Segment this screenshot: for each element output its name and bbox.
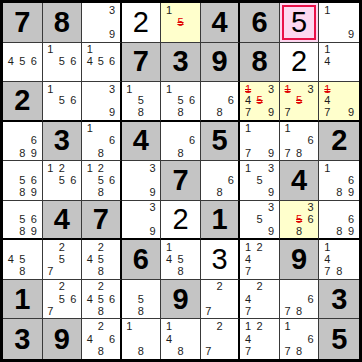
pencil-marks: 39: [82, 3, 120, 42]
cell-r6c2[interactable]: 4: [43, 201, 83, 241]
candidate-9: 9: [147, 187, 159, 199]
empty-slot: [242, 225, 254, 237]
empty-slot: [265, 320, 277, 333]
candidate-2: 2: [214, 320, 225, 333]
cell-r8c5[interactable]: 9: [161, 280, 201, 320]
cell-r3c6[interactable]: 68: [201, 82, 241, 122]
candidate-5: 5: [175, 254, 187, 266]
cell-r8c8[interactable]: 678: [280, 280, 320, 320]
empty-slot: [305, 123, 317, 135]
candidate-3: 3: [305, 202, 317, 214]
empty-slot: [95, 16, 106, 28]
candidate-8: 8: [333, 266, 345, 278]
empty-slot: [225, 187, 236, 199]
cell-r1c4[interactable]: 2: [122, 3, 162, 43]
cell-r5c4[interactable]: 39: [122, 161, 162, 201]
pencil-marks: 1456: [82, 43, 120, 82]
empty-slot: [56, 44, 68, 56]
empty-slot: [333, 83, 345, 95]
cell-r5c3[interactable]: 12568: [82, 161, 122, 201]
empty-slot: [282, 225, 294, 237]
empty-slot: [214, 305, 225, 317]
candidate-9: 9: [265, 107, 277, 119]
cell-r8c3[interactable]: 24568: [82, 280, 122, 320]
empty-slot: [293, 320, 305, 333]
empty-slot: [333, 241, 345, 253]
cell-r6c6[interactable]: 1: [201, 201, 241, 241]
cell-r5c2[interactable]: 1256: [43, 161, 83, 201]
pencil-marks: 1458: [161, 240, 200, 279]
candidate-3: 3: [265, 83, 277, 95]
empty-slot: [95, 95, 106, 107]
empty-slot: [282, 135, 294, 147]
solved-digit: 3: [201, 240, 239, 279]
empty-slot: [163, 345, 175, 358]
cell-r8c6[interactable]: 27: [201, 280, 241, 320]
cell-r9c4[interactable]: 18: [122, 319, 162, 359]
empty-slot: [265, 135, 277, 147]
empty-slot: [95, 107, 106, 119]
candidate-1: 1: [282, 320, 294, 333]
cell-r3c1[interactable]: 2: [3, 82, 43, 122]
candidate-6: 6: [28, 135, 40, 147]
empty-slot: [254, 225, 266, 237]
candidate-1: 1: [321, 241, 333, 253]
pencil-marks: 1247: [240, 319, 279, 359]
candidate-1: 1: [282, 123, 294, 135]
empty-slot: [28, 241, 40, 253]
cell-r5c1[interactable]: 5689: [3, 161, 43, 201]
cell-r7c8[interactable]: 9: [280, 240, 320, 280]
empty-slot: [124, 333, 136, 346]
given-digit: 3: [161, 43, 200, 82]
empty-slot: [186, 254, 198, 266]
cell-r9c6[interactable]: 27: [201, 319, 241, 359]
empty-slot: [163, 147, 175, 159]
cell-r1c7[interactable]: 6: [240, 3, 280, 43]
candidate-4: 4: [321, 254, 333, 266]
empty-slot: [124, 202, 136, 214]
cell-r1c3[interactable]: 39: [82, 3, 122, 43]
pencil-marks: 1357: [280, 82, 319, 120]
cell-r1c2[interactable]: 8: [43, 3, 83, 43]
candidate-4: 4: [163, 333, 175, 346]
cell-r7c5[interactable]: 1458: [161, 240, 201, 280]
cell-r1c5[interactable]: 15: [161, 3, 201, 43]
empty-slot: [106, 123, 117, 135]
candidate-6: 6: [68, 174, 80, 186]
solved-digit: 2: [161, 201, 200, 239]
pencil-marks: 24568: [82, 280, 120, 319]
candidate-5: 5: [135, 95, 147, 107]
empty-slot: [265, 281, 277, 293]
candidate-3: 3: [147, 162, 159, 174]
cell-r8c4[interactable]: 58: [122, 280, 162, 320]
empty-slot: [84, 147, 95, 159]
candidate-7: 7: [242, 345, 254, 358]
cell-r5c6[interactable]: 68: [201, 161, 241, 201]
cell-r7c3[interactable]: 2458: [82, 240, 122, 280]
candidate-5: 5: [254, 174, 266, 186]
empty-slot: [95, 28, 106, 40]
candidate-4: 4: [84, 254, 95, 266]
empty-slot: [106, 187, 117, 199]
empty-slot: [68, 83, 80, 95]
empty-slot: [45, 281, 57, 293]
candidate-1-struck: 1: [321, 83, 333, 95]
candidate-9: 9: [265, 147, 277, 159]
empty-slot: [321, 68, 333, 80]
empty-slot: [225, 83, 236, 95]
cell-r7c2[interactable]: 257: [43, 240, 83, 280]
candidate-6: 6: [106, 293, 117, 305]
empty-slot: [68, 44, 80, 56]
empty-slot: [95, 123, 106, 135]
pencil-marks: 27: [201, 319, 239, 359]
given-digit: 9: [201, 43, 239, 82]
empty-slot: [321, 16, 333, 28]
cell-r8c2[interactable]: 2567: [43, 280, 83, 320]
empty-slot: [282, 333, 294, 346]
cell-r2c4[interactable]: 7: [122, 43, 162, 83]
cell-r1c8[interactable]: 5: [280, 3, 320, 43]
empty-slot: [124, 345, 136, 358]
empty-slot: [186, 241, 198, 253]
cell-r6c5[interactable]: 2: [161, 201, 201, 241]
empty-slot: [265, 266, 277, 278]
candidate-5: 5: [17, 214, 29, 226]
empty-slot: [186, 320, 198, 333]
given-digit: 9: [43, 319, 82, 359]
empty-slot: [293, 83, 305, 95]
empty-slot: [186, 28, 198, 40]
pencil-marks: 1568: [161, 82, 200, 120]
candidate-3: 3: [147, 202, 159, 214]
candidate-7: 7: [282, 147, 294, 159]
pencil-marks: 2458: [82, 240, 120, 279]
empty-slot: [321, 225, 333, 237]
cell-r2c6[interactable]: 9: [201, 43, 241, 83]
cell-r9c8[interactable]: 1678: [280, 319, 320, 359]
given-digit: 7: [161, 161, 200, 200]
empty-slot: [68, 68, 80, 80]
empty-slot: [345, 83, 357, 95]
empty-slot: [68, 107, 80, 119]
empty-slot: [45, 68, 57, 80]
pencil-marks: 1689: [319, 161, 359, 200]
empty-slot: [345, 162, 357, 174]
empty-slot: [242, 174, 254, 186]
cell-r3c2[interactable]: 156: [43, 82, 83, 122]
empty-slot: [17, 162, 29, 174]
candidate-5-struck: 5: [254, 95, 266, 107]
cell-r4c5[interactable]: 68: [161, 122, 201, 162]
pencil-marks: 14: [319, 43, 359, 82]
candidate-2: 2: [95, 162, 106, 174]
candidate-7: 7: [282, 305, 294, 317]
candidate-4: 4: [163, 254, 175, 266]
empty-slot: [345, 56, 357, 68]
empty-slot: [106, 44, 117, 56]
given-digit: 3: [319, 280, 359, 319]
cell-r3c4[interactable]: 158: [122, 82, 162, 122]
cell-r1c6[interactable]: 4: [201, 3, 241, 43]
empty-slot: [106, 281, 117, 293]
cell-r3c9[interactable]: 1479: [319, 82, 359, 122]
pencil-marks: 359: [240, 201, 279, 239]
cell-r7c1[interactable]: 458: [3, 240, 43, 280]
empty-slot: [45, 174, 57, 186]
cell-r4c9[interactable]: 2: [319, 122, 359, 162]
empty-slot: [147, 281, 159, 293]
cell-r6c1[interactable]: 5689: [3, 201, 43, 241]
empty-slot: [175, 83, 187, 95]
empty-slot: [17, 123, 29, 135]
candidate-8: 8: [17, 187, 29, 199]
candidate-2: 2: [254, 281, 266, 293]
cell-r7c7[interactable]: 1247: [240, 240, 280, 280]
cell-r5c9[interactable]: 1689: [319, 161, 359, 201]
candidate-2: 2: [56, 162, 68, 174]
empty-slot: [17, 202, 29, 214]
pencil-marks: 156: [43, 43, 82, 82]
empty-slot: [345, 68, 357, 80]
empty-slot: [5, 135, 17, 147]
empty-slot: [106, 241, 117, 253]
candidate-8: 8: [95, 187, 106, 199]
empty-slot: [242, 202, 254, 214]
empty-slot: [84, 174, 95, 186]
cell-r4c6[interactable]: 5: [201, 122, 241, 162]
candidate-6: 6: [106, 333, 117, 346]
candidate-8: 8: [95, 345, 106, 358]
cell-r6c4[interactable]: 39: [122, 201, 162, 241]
cell-r5c7[interactable]: 1359: [240, 161, 280, 201]
candidate-5: 5: [56, 95, 68, 107]
candidate-9: 9: [28, 187, 40, 199]
candidate-9: 9: [345, 107, 357, 119]
cell-r2c7[interactable]: 8: [240, 43, 280, 83]
empty-slot: [265, 333, 277, 346]
cell-r3c5[interactable]: 1568: [161, 82, 201, 122]
candidate-8: 8: [175, 266, 187, 278]
empty-slot: [147, 320, 159, 333]
pencil-marks: 15: [161, 3, 200, 42]
candidate-7: 7: [203, 305, 214, 317]
empty-slot: [28, 266, 40, 278]
cell-r9c9[interactable]: 5: [319, 319, 359, 359]
empty-slot: [5, 147, 17, 159]
empty-slot: [124, 305, 136, 317]
candidate-8: 8: [135, 305, 147, 317]
candidate-4: 4: [242, 95, 254, 107]
cell-r2c3[interactable]: 1456: [82, 43, 122, 83]
pencil-marks: 39: [82, 82, 120, 120]
cell-r9c7[interactable]: 1247: [240, 319, 280, 359]
cell-r5c8[interactable]: 4: [280, 161, 320, 201]
empty-slot: [147, 305, 159, 317]
cell-r6c9[interactable]: 689: [319, 201, 359, 241]
empty-slot: [95, 4, 106, 16]
empty-slot: [254, 305, 266, 317]
candidate-1: 1: [163, 4, 175, 16]
empty-slot: [84, 107, 95, 119]
solved-digit: 2: [122, 3, 161, 42]
candidate-8: 8: [293, 225, 305, 237]
cell-r5c5[interactable]: 7: [161, 161, 201, 201]
cell-r4c2[interactable]: 3: [43, 122, 83, 162]
empty-slot: [56, 305, 68, 317]
empty-slot: [17, 241, 29, 253]
empty-slot: [305, 305, 317, 317]
empty-slot: [333, 4, 345, 16]
cell-r8c1[interactable]: 1: [3, 280, 43, 320]
empty-slot: [135, 214, 147, 226]
cell-r1c9[interactable]: 19: [319, 3, 359, 43]
empty-slot: [84, 4, 95, 16]
empty-slot: [186, 107, 198, 119]
cell-r2c9[interactable]: 14: [319, 43, 359, 83]
empty-slot: [333, 214, 345, 226]
empty-slot: [95, 68, 106, 80]
cell-r2c1[interactable]: 456: [3, 43, 43, 83]
empty-slot: [345, 44, 357, 56]
cell-r3c7[interactable]: 134579: [240, 82, 280, 122]
cell-r2c5[interactable]: 3: [161, 43, 201, 83]
pencil-marks: 5689: [3, 201, 42, 239]
cell-r4c1[interactable]: 689: [3, 122, 43, 162]
empty-slot: [163, 107, 175, 119]
empty-slot: [321, 214, 333, 226]
cell-r6c3[interactable]: 7: [82, 201, 122, 241]
cell-r4c7[interactable]: 179: [240, 122, 280, 162]
cell-r6c7[interactable]: 359: [240, 201, 280, 241]
candidate-4: 4: [5, 254, 17, 266]
pencil-marks: 19: [319, 3, 359, 42]
given-digit: 4: [201, 3, 239, 42]
empty-slot: [214, 333, 225, 346]
given-digit: 2: [319, 122, 359, 161]
candidate-2: 2: [56, 241, 68, 253]
pencil-marks: 1359: [240, 161, 279, 200]
empty-slot: [186, 4, 198, 16]
empty-slot: [265, 345, 277, 358]
empty-slot: [333, 202, 345, 214]
cell-r2c8[interactable]: 2: [280, 43, 320, 83]
pencil-marks: 68: [201, 82, 239, 120]
empty-slot: [5, 202, 17, 214]
given-digit: 3: [3, 319, 42, 359]
cell-r7c6[interactable]: 3: [201, 240, 241, 280]
empty-slot: [5, 174, 17, 186]
empty-slot: [163, 95, 175, 107]
cell-r7c4[interactable]: 6: [122, 240, 162, 280]
empty-slot: [186, 83, 198, 95]
empty-slot: [106, 305, 117, 317]
cell-r9c5[interactable]: 148: [161, 319, 201, 359]
pencil-marks: 689: [3, 122, 42, 161]
candidate-7: 7: [242, 107, 254, 119]
cell-r3c8[interactable]: 1357: [280, 82, 320, 122]
empty-slot: [254, 135, 266, 147]
candidate-1: 1: [321, 162, 333, 174]
candidate-7: 7: [282, 107, 294, 119]
empty-slot: [333, 174, 345, 186]
empty-slot: [68, 187, 80, 199]
cell-r9c3[interactable]: 2468: [82, 319, 122, 359]
empty-slot: [282, 293, 294, 305]
cell-r4c3[interactable]: 168: [82, 122, 122, 162]
empty-slot: [254, 83, 266, 95]
pencil-marks: 2567: [43, 280, 82, 319]
empty-slot: [56, 83, 68, 95]
candidate-4: 4: [242, 254, 254, 266]
empty-slot: [147, 345, 159, 358]
empty-slot: [84, 241, 95, 253]
pencil-marks: 3568: [280, 201, 319, 239]
empty-slot: [321, 187, 333, 199]
empty-slot: [254, 123, 266, 135]
empty-slot: [254, 345, 266, 358]
given-digit: 5: [319, 319, 359, 359]
empty-slot: [56, 68, 68, 80]
empty-slot: [175, 333, 187, 346]
candidate-1: 1: [242, 162, 254, 174]
empty-slot: [305, 225, 317, 237]
empty-slot: [147, 214, 159, 226]
empty-slot: [135, 202, 147, 214]
candidate-6: 6: [305, 135, 317, 147]
cell-r9c1[interactable]: 3: [3, 319, 43, 359]
pencil-marks: 68: [161, 122, 200, 161]
empty-slot: [28, 254, 40, 266]
given-digit: 4: [43, 201, 82, 239]
candidate-6: 6: [186, 95, 198, 107]
candidate-5: 5: [17, 174, 29, 186]
empty-slot: [333, 16, 345, 28]
empty-slot: [203, 320, 214, 333]
empty-slot: [135, 320, 147, 333]
empty-slot: [333, 28, 345, 40]
empty-slot: [214, 95, 225, 107]
empty-slot: [225, 293, 236, 305]
candidate-1: 1: [242, 320, 254, 333]
pencil-marks: 158: [122, 82, 161, 120]
cell-r8c9[interactable]: 3: [319, 280, 359, 320]
empty-slot: [214, 162, 225, 174]
pencil-marks: 156: [43, 82, 82, 120]
cell-r6c8[interactable]: 3568: [280, 201, 320, 241]
empty-slot: [95, 333, 106, 346]
candidate-7: 7: [242, 305, 254, 317]
empty-slot: [254, 187, 266, 199]
empty-slot: [203, 187, 214, 199]
cell-r8c7[interactable]: 247: [240, 280, 280, 320]
candidate-8: 8: [95, 305, 106, 317]
cell-r4c4[interactable]: 4: [122, 122, 162, 162]
cell-r2c2[interactable]: 156: [43, 43, 83, 83]
cell-r7c9[interactable]: 1478: [319, 240, 359, 280]
cell-r4c8[interactable]: 1678: [280, 122, 320, 162]
pencil-marks: 247: [240, 280, 279, 319]
cell-r1c1[interactable]: 7: [3, 3, 43, 43]
cell-r3c3[interactable]: 39: [82, 82, 122, 122]
empty-slot: [147, 95, 159, 107]
candidate-4: 4: [84, 293, 95, 305]
empty-slot: [282, 281, 294, 293]
cell-r9c2[interactable]: 9: [43, 319, 83, 359]
empty-slot: [242, 135, 254, 147]
